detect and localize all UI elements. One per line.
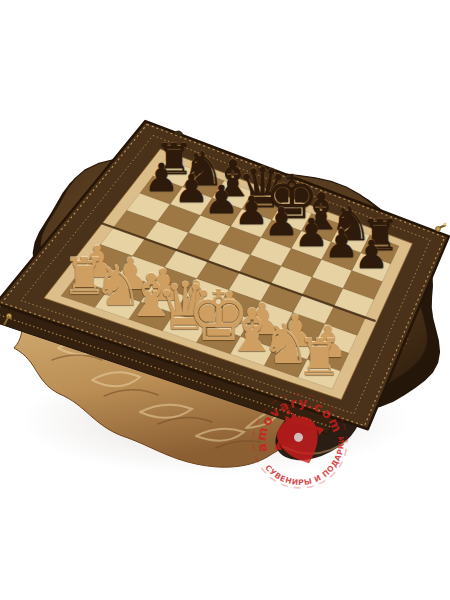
metal-latch-right-icon [436,222,447,231]
board-scene: samovary.com СУВЕНИРЫ И ПОДАРКИ [0,0,450,600]
chess-set-photo: samovary.com СУВЕНИРЫ И ПОДАРКИ ♜♞♝♛♚♝♞♜… [0,0,450,600]
